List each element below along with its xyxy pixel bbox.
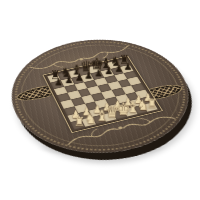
round-chess-board: ♜♞♝♛♚♝♞♜♟♟♟♟♟♟♟♟♟♟♟♟♟♟♟♟♜♞♝♛♚♝♞♜ bbox=[0, 26, 200, 172]
scene: ♜♞♝♛♚♝♞♜♟♟♟♟♟♟♟♟♟♟♟♟♟♟♟♟♜♞♝♛♚♝♞♜ bbox=[0, 0, 200, 200]
product-photo: ♜♞♝♛♚♝♞♜♟♟♟♟♟♟♟♟♟♟♟♟♟♟♟♟♜♞♝♛♚♝♞♜ bbox=[0, 0, 200, 200]
white-rook: ♜ bbox=[74, 115, 85, 128]
